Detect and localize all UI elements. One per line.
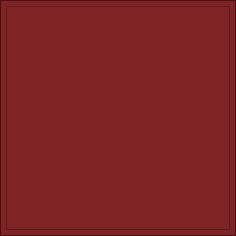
chess-board (6, 6, 230, 230)
board-frame (0, 0, 236, 236)
